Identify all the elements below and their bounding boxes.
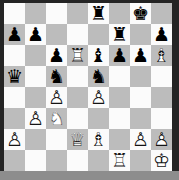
- square-a8[interactable]: [4, 3, 25, 24]
- square-a5[interactable]: ♛: [4, 66, 25, 87]
- square-h3[interactable]: [151, 108, 172, 129]
- piece-glyph: ♟: [27, 24, 44, 45]
- square-h1[interactable]: ♚♔: [151, 150, 172, 171]
- piece-glyph: ♙: [132, 129, 149, 150]
- piece-glyph: ♞: [48, 66, 65, 87]
- square-a1[interactable]: [4, 150, 25, 171]
- piece-black-knight[interactable]: ♞: [46, 66, 67, 87]
- piece-glyph: ♙: [90, 87, 107, 108]
- chess-board: ♜♚♟♟♜♟♟♜♖♝♟♟♝♗♛♞♞♟♙♟♙♟♙♞♘♟♙♛♕♝♗♟♙♟♙♜♖♚♔: [4, 3, 172, 171]
- piece-glyph: ♟: [132, 45, 149, 66]
- square-b4[interactable]: [25, 87, 46, 108]
- square-f2[interactable]: [109, 129, 130, 150]
- piece-white-bishop[interactable]: ♝♗: [88, 129, 109, 150]
- square-h2[interactable]: ♟♙: [151, 129, 172, 150]
- square-b5[interactable]: [25, 66, 46, 87]
- square-b1[interactable]: [25, 150, 46, 171]
- square-h6[interactable]: ♝♗: [151, 45, 172, 66]
- piece-white-pawn[interactable]: ♟♙: [130, 129, 151, 150]
- piece-white-pawn[interactable]: ♟♙: [25, 108, 46, 129]
- square-e3[interactable]: [88, 108, 109, 129]
- piece-glyph: ♙: [6, 129, 23, 150]
- square-b7[interactable]: ♟: [25, 24, 46, 45]
- piece-glyph: ♝: [90, 45, 107, 66]
- piece-black-pawn[interactable]: ♟: [109, 45, 130, 66]
- piece-glyph: ♛: [6, 66, 23, 87]
- square-a7[interactable]: ♟: [4, 24, 25, 45]
- square-g3[interactable]: [130, 108, 151, 129]
- square-g4[interactable]: [130, 87, 151, 108]
- square-e4[interactable]: ♟♙: [88, 87, 109, 108]
- piece-glyph: ♙: [27, 108, 44, 129]
- square-g6[interactable]: ♟: [130, 45, 151, 66]
- square-c7[interactable]: [46, 24, 67, 45]
- piece-glyph: ♟: [111, 45, 128, 66]
- square-a4[interactable]: [4, 87, 25, 108]
- square-f3[interactable]: [109, 108, 130, 129]
- square-b3[interactable]: ♟♙: [25, 108, 46, 129]
- square-g5[interactable]: [130, 66, 151, 87]
- square-d3[interactable]: [67, 108, 88, 129]
- piece-black-bishop[interactable]: ♝: [88, 45, 109, 66]
- square-e7[interactable]: [88, 24, 109, 45]
- piece-glyph: ♟: [153, 24, 170, 45]
- piece-black-rook[interactable]: ♜: [109, 24, 130, 45]
- piece-black-pawn[interactable]: ♟: [25, 24, 46, 45]
- piece-glyph: ♕: [69, 129, 86, 150]
- piece-glyph: ♙: [153, 129, 170, 150]
- piece-white-pawn[interactable]: ♟♙: [151, 129, 172, 150]
- piece-glyph: ♙: [48, 87, 65, 108]
- square-b8[interactable]: [25, 3, 46, 24]
- piece-glyph: ♖: [111, 150, 128, 171]
- piece-glyph: ♟: [48, 45, 65, 66]
- square-f1[interactable]: ♜♖: [109, 150, 130, 171]
- piece-white-rook[interactable]: ♜♖: [67, 45, 88, 66]
- square-g2[interactable]: ♟♙: [130, 129, 151, 150]
- piece-glyph: ♗: [153, 45, 170, 66]
- piece-glyph: ♔: [153, 150, 170, 171]
- square-h8[interactable]: [151, 3, 172, 24]
- piece-glyph: ♖: [69, 45, 86, 66]
- square-c2[interactable]: [46, 129, 67, 150]
- piece-white-queen[interactable]: ♛♕: [67, 129, 88, 150]
- piece-black-pawn[interactable]: ♟: [4, 24, 25, 45]
- square-e6[interactable]: ♝: [88, 45, 109, 66]
- square-f6[interactable]: ♟: [109, 45, 130, 66]
- piece-white-knight[interactable]: ♞♘: [46, 108, 67, 129]
- square-g8[interactable]: ♚: [130, 3, 151, 24]
- piece-white-pawn[interactable]: ♟♙: [46, 87, 67, 108]
- square-f7[interactable]: ♜: [109, 24, 130, 45]
- square-f8[interactable]: [109, 3, 130, 24]
- square-d1[interactable]: [67, 150, 88, 171]
- square-e1[interactable]: [88, 150, 109, 171]
- square-a2[interactable]: ♟♙: [4, 129, 25, 150]
- piece-white-pawn[interactable]: ♟♙: [4, 129, 25, 150]
- square-a3[interactable]: [4, 108, 25, 129]
- piece-glyph: ♜: [90, 3, 107, 24]
- square-c1[interactable]: [46, 150, 67, 171]
- square-h7[interactable]: ♟: [151, 24, 172, 45]
- square-d5[interactable]: [67, 66, 88, 87]
- piece-glyph: ♘: [48, 108, 65, 129]
- piece-glyph: ♞: [90, 66, 107, 87]
- square-d8[interactable]: [67, 3, 88, 24]
- square-c6[interactable]: ♟: [46, 45, 67, 66]
- square-f4[interactable]: [109, 87, 130, 108]
- piece-black-king[interactable]: ♚: [130, 3, 151, 24]
- piece-white-bishop[interactable]: ♝♗: [151, 45, 172, 66]
- square-a6[interactable]: [4, 45, 25, 66]
- square-d6[interactable]: ♜♖: [67, 45, 88, 66]
- piece-black-queen[interactable]: ♛: [4, 66, 25, 87]
- piece-black-pawn[interactable]: ♟: [151, 24, 172, 45]
- piece-glyph: ♜: [111, 24, 128, 45]
- piece-black-pawn[interactable]: ♟: [46, 45, 67, 66]
- square-c3[interactable]: ♞♘: [46, 108, 67, 129]
- square-e8[interactable]: ♜: [88, 3, 109, 24]
- square-h4[interactable]: [151, 87, 172, 108]
- square-b6[interactable]: [25, 45, 46, 66]
- piece-glyph: ♗: [90, 129, 107, 150]
- piece-glyph: ♚: [132, 3, 149, 24]
- square-d7[interactable]: [67, 24, 88, 45]
- square-d2[interactable]: ♛♕: [67, 129, 88, 150]
- piece-glyph: ♟: [6, 24, 23, 45]
- square-c8[interactable]: [46, 3, 67, 24]
- piece-black-rook[interactable]: ♜: [88, 3, 109, 24]
- board-frame: ♜♚♟♟♜♟♟♜♖♝♟♟♝♗♛♞♞♟♙♟♙♟♙♞♘♟♙♛♕♝♗♟♙♟♙♜♖♚♔: [0, 0, 179, 180]
- piece-black-knight[interactable]: ♞: [88, 66, 109, 87]
- square-h5[interactable]: [151, 66, 172, 87]
- square-d4[interactable]: [67, 87, 88, 108]
- square-b2[interactable]: [25, 129, 46, 150]
- piece-white-pawn[interactable]: ♟♙: [88, 87, 109, 108]
- square-g7[interactable]: [130, 24, 151, 45]
- square-f5[interactable]: [109, 66, 130, 87]
- piece-white-king[interactable]: ♚♔: [151, 150, 172, 171]
- square-c4[interactable]: ♟♙: [46, 87, 67, 108]
- piece-white-rook[interactable]: ♜♖: [109, 150, 130, 171]
- square-g1[interactable]: [130, 150, 151, 171]
- piece-black-pawn[interactable]: ♟: [130, 45, 151, 66]
- square-e2[interactable]: ♝♗: [88, 129, 109, 150]
- square-e5[interactable]: ♞: [88, 66, 109, 87]
- square-c5[interactable]: ♞: [46, 66, 67, 87]
